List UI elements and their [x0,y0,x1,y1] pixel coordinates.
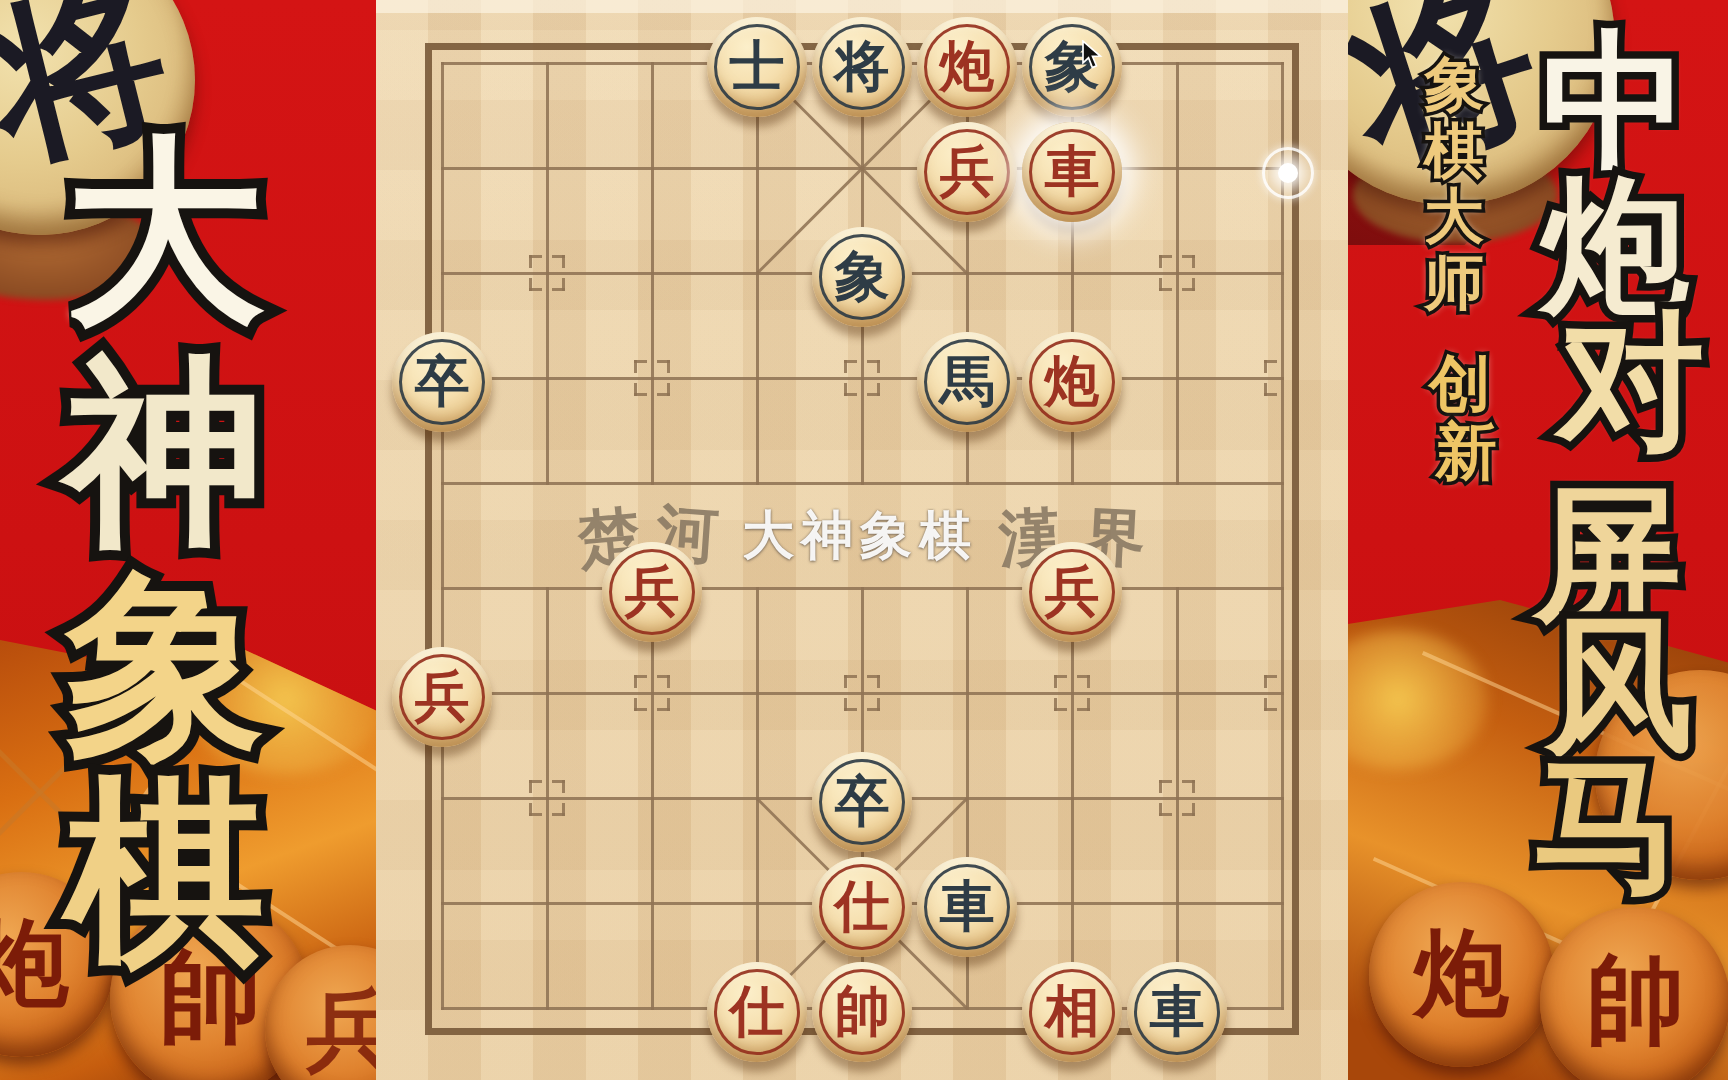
piece-glyph: 兵 [1022,542,1122,642]
subtitle-char: 象象 [1412,52,1496,118]
point-marker [877,360,880,373]
piece-black-車[interactable]: 車 [1127,962,1227,1062]
piece-glyph: 車 [1127,962,1227,1062]
point-marker [1159,780,1162,793]
photo-piece-general: 帥 [1540,907,1728,1080]
last-move-origin-marker [1262,147,1314,199]
piece-glyph: 仕 [812,857,912,957]
grid-line [651,62,654,485]
piece-glyph: 将 [812,17,912,117]
mouse-cursor-icon [1079,40,1105,74]
piece-glyph: 相 [1022,962,1122,1062]
grid-line [546,62,549,485]
point-marker [1192,780,1195,793]
point-marker [1087,698,1090,711]
board-top-highlight [376,0,1348,13]
piece-glyph: 卒 [812,752,912,852]
point-marker [844,383,847,396]
point-marker [634,360,637,373]
point-marker [1192,803,1195,816]
point-marker [1159,278,1162,291]
piece-black-象[interactable]: 象 [812,227,912,327]
point-marker [844,675,847,688]
right-title-char: 风风 [1524,612,1714,762]
grid-line [1176,62,1179,485]
point-marker [634,383,637,396]
point-marker [1264,698,1267,711]
piece-black-象[interactable]: 象 [1022,17,1122,117]
grid-line [651,587,654,1010]
subtitle-char: 大大 [1412,184,1496,250]
point-marker [844,698,847,711]
point-marker [529,803,532,816]
grid-line [441,62,444,1010]
point-marker [529,278,532,291]
point-marker [562,803,565,816]
piece-black-卒[interactable]: 卒 [392,332,492,432]
point-marker [877,383,880,396]
point-marker [667,383,670,396]
piece-glyph: 士 [707,17,807,117]
left-banner: 将 炮 帥 兵 大大 神神 象象 [0,0,376,1080]
piece-red-兵[interactable]: 兵 [392,647,492,747]
point-marker [1159,255,1162,268]
piece-glyph: 炮 [917,17,1017,117]
point-marker [562,780,565,793]
point-marker [529,780,532,793]
point-marker [1159,803,1162,816]
piece-black-将[interactable]: 将 [812,17,912,117]
piece-glyph: 象 [1022,17,1122,117]
piece-red-兵[interactable]: 兵 [917,122,1017,222]
tagline-char: 新新 [1424,418,1508,486]
gold-fabric [1348,630,1488,770]
point-marker [667,675,670,688]
right-title-char: 中中 [1520,27,1710,177]
piece-glyph: 卒 [392,332,492,432]
piece-red-兵[interactable]: 兵 [602,542,702,642]
point-marker [667,360,670,373]
point-marker [1087,675,1090,688]
piece-glyph: 兵 [602,542,702,642]
point-marker [877,698,880,711]
grid-line [1176,587,1179,1010]
point-marker [1192,278,1195,291]
piece-glyph: 車 [917,857,1017,957]
left-title-char: 棋棋 [40,766,290,981]
point-marker [1264,360,1267,373]
left-title-char: 大大 [40,126,290,341]
right-title-char: 对对 [1536,308,1726,458]
piece-glyph: 兵 [392,647,492,747]
right-banner: 将 炮 帥 象象 棋棋 大大 师师 创创 [1348,0,1728,1080]
piece-glyph: 馬 [917,332,1017,432]
right-title-char: 马马 [1512,752,1702,902]
point-marker [529,255,532,268]
point-marker [877,675,880,688]
point-marker [1192,255,1195,268]
watermark-text: 大神象棋 [715,501,1005,571]
piece-glyph: 仕 [707,962,807,1062]
point-marker [562,278,565,291]
tagline-char: 创创 [1418,350,1502,418]
point-marker [634,675,637,688]
xiangqi-screenshot: 楚河 漢界 大神象棋 士将炮象兵車象卒馬炮兵兵兵卒仕車仕帥相車 将 炮 帥 [0,0,1728,1080]
grid-line [1281,62,1284,1010]
piece-black-車[interactable]: 車 [917,857,1017,957]
piece-red-仕[interactable]: 仕 [707,962,807,1062]
left-title-char: 象象 [40,560,290,775]
right-title-char: 炮炮 [1520,172,1710,322]
last-move-origin-dot [1278,163,1298,183]
piece-glyph: 兵 [917,122,1017,222]
point-marker [844,360,847,373]
piece-glyph: 車 [1022,122,1122,222]
piece-red-帥[interactable]: 帥 [812,962,912,1062]
piece-black-士[interactable]: 士 [707,17,807,117]
subtitle-char: 棋棋 [1412,118,1496,184]
point-marker [1054,675,1057,688]
grid-line [1071,587,1074,1010]
subtitle-char: 师师 [1412,250,1496,316]
piece-glyph: 象 [812,227,912,327]
point-marker [562,255,565,268]
grid-line [546,587,549,1010]
piece-red-炮[interactable]: 炮 [917,17,1017,117]
piece-glyph: 帥 [812,962,912,1062]
piece-red-仕[interactable]: 仕 [812,857,912,957]
piece-glyph: 炮 [1022,332,1122,432]
piece-red-車[interactable]: 車 [1022,122,1122,222]
left-title-char: 神神 [40,346,290,561]
piece-black-卒[interactable]: 卒 [812,752,912,852]
point-marker [1264,383,1267,396]
piece-red-炮[interactable]: 炮 [1022,332,1122,432]
photo-piece-cannon: 炮 [1369,882,1554,1067]
point-marker [667,698,670,711]
piece-black-馬[interactable]: 馬 [917,332,1017,432]
piece-red-兵[interactable]: 兵 [1022,542,1122,642]
point-marker [634,698,637,711]
point-marker [1264,675,1267,688]
piece-red-相[interactable]: 相 [1022,962,1122,1062]
point-marker [1054,698,1057,711]
